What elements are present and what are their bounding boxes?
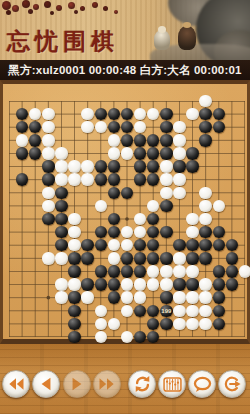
black-stone <box>121 252 133 264</box>
black-stone <box>81 252 93 264</box>
go-app-screen: 忘忧围棋 黑方:xulz0001 00:00:48 白方:大名 00:00:01… <box>0 0 250 414</box>
white-stone <box>160 173 172 185</box>
white-stone <box>160 265 172 277</box>
black-stone <box>186 160 198 172</box>
white-stone <box>160 278 172 290</box>
white-stone <box>121 331 133 343</box>
black-stone <box>121 134 133 146</box>
black-stone <box>160 200 172 212</box>
white-stone <box>160 187 172 199</box>
black-stone <box>42 173 54 185</box>
forward-icon <box>69 376 85 392</box>
black-stone <box>147 252 159 264</box>
white-stone <box>199 318 211 330</box>
board-grid: 199 <box>9 101 245 337</box>
black-stone <box>186 239 198 251</box>
white-stone <box>95 305 107 317</box>
black-stone <box>134 147 146 159</box>
back-icon <box>38 376 54 392</box>
white-stone <box>81 160 93 172</box>
black-stone <box>173 239 185 251</box>
fast-forward-button <box>93 370 121 398</box>
blossom-petal <box>6 10 11 15</box>
blossom-petal <box>68 2 75 9</box>
white-stone <box>42 108 54 120</box>
white-stone <box>213 200 225 212</box>
black-stone <box>68 318 80 330</box>
black-stone <box>213 305 225 317</box>
chat-button[interactable] <box>188 370 216 398</box>
white-stone <box>42 200 54 212</box>
black-stone <box>68 331 80 343</box>
black-stone <box>95 265 107 277</box>
black-stone <box>199 226 211 238</box>
blossom-petal <box>28 9 33 14</box>
white-stone <box>55 252 67 264</box>
white-stone <box>199 305 211 317</box>
black-stone <box>108 173 120 185</box>
black-stone <box>81 278 93 290</box>
white-stone <box>173 173 185 185</box>
blossom-petal <box>33 4 39 10</box>
white-stone <box>68 213 80 225</box>
white-stone <box>42 121 54 133</box>
black-stone <box>108 160 120 172</box>
rewind-to-start-button[interactable] <box>2 370 30 398</box>
white-stone <box>173 305 185 317</box>
chat-bubble-icon <box>193 376 212 393</box>
black-stone <box>147 147 159 159</box>
white-stone <box>147 278 159 290</box>
go-player-figure <box>178 26 196 50</box>
white-stone <box>121 147 133 159</box>
white-stone <box>186 108 198 120</box>
black-stone <box>55 239 67 251</box>
black-stone <box>42 213 54 225</box>
white-stone <box>121 305 133 317</box>
white-stone <box>42 252 54 264</box>
black-stone <box>199 134 211 146</box>
white-stone <box>68 160 80 172</box>
white-stone <box>199 291 211 303</box>
black-stone <box>226 252 238 264</box>
black-stone <box>121 187 133 199</box>
black-stone <box>160 318 172 330</box>
white-stone <box>121 278 133 290</box>
black-stone <box>134 252 146 264</box>
refresh-button[interactable] <box>128 370 156 398</box>
blossom-petal <box>92 2 98 8</box>
white-stone <box>199 187 211 199</box>
black-stone <box>160 121 172 133</box>
black-stone <box>147 160 159 172</box>
blossom-petal <box>12 5 19 12</box>
white-stone <box>173 252 185 264</box>
white-stone <box>55 291 67 303</box>
white-stone <box>134 278 146 290</box>
white-stone <box>239 265 250 277</box>
black-stone <box>55 200 67 212</box>
black-stone <box>108 187 120 199</box>
app-title: 忘忧围棋 <box>7 26 119 57</box>
black-stone <box>186 147 198 159</box>
white-stone <box>68 278 80 290</box>
black-stone <box>160 108 172 120</box>
blossom-petal <box>56 5 62 11</box>
black-stone <box>213 291 225 303</box>
exit-button[interactable] <box>218 370 246 398</box>
blossom-petal <box>50 11 54 15</box>
abacus-icon <box>163 377 182 392</box>
white-stone <box>121 291 133 303</box>
last-move-stone: 199 <box>160 305 172 317</box>
black-stone <box>68 265 80 277</box>
white-stone <box>81 108 93 120</box>
blossom-petal <box>44 1 51 8</box>
white-stone <box>186 305 198 317</box>
fast-rewind-icon <box>6 376 26 392</box>
white-stone <box>42 187 54 199</box>
black-stone <box>55 226 67 238</box>
black-stone <box>121 265 133 277</box>
black-stone <box>160 226 172 238</box>
white-stone <box>95 331 107 343</box>
white-stone <box>108 147 120 159</box>
black-stone <box>68 252 80 264</box>
white-stone <box>199 95 211 107</box>
white-stone <box>55 278 67 290</box>
go-player-figure <box>154 30 170 50</box>
black-stone <box>173 160 185 172</box>
white-stone <box>199 213 211 225</box>
black-stone <box>147 331 159 343</box>
black-stone <box>55 187 67 199</box>
white-stone <box>173 147 185 159</box>
black-stone <box>68 291 80 303</box>
blossom-petal <box>2 1 11 10</box>
white-stone <box>173 318 185 330</box>
black-stone <box>213 265 225 277</box>
white-stone <box>173 121 185 133</box>
white-stone <box>42 134 54 146</box>
black-stone <box>173 278 185 290</box>
white-stone <box>95 200 107 212</box>
black-stone <box>134 173 146 185</box>
black-stone <box>134 331 146 343</box>
white-stone <box>186 213 198 225</box>
blossom-petal <box>74 10 78 14</box>
black-stone <box>16 173 28 185</box>
refresh-icon <box>133 375 152 393</box>
black-stone <box>186 278 198 290</box>
black-stone <box>95 160 107 172</box>
white-stone <box>186 318 198 330</box>
white-stone <box>160 160 172 172</box>
blossom-petal <box>80 6 85 11</box>
blossom-petal <box>114 10 118 14</box>
white-stone <box>16 134 28 146</box>
black-stone <box>213 278 225 290</box>
black-stone <box>160 134 172 146</box>
bottom-toolbar <box>0 344 250 414</box>
white-stone <box>55 173 67 185</box>
go-board[interactable]: 199 <box>0 80 250 344</box>
black-stone <box>160 147 172 159</box>
white-stone <box>199 200 211 212</box>
white-stone <box>186 291 198 303</box>
last-move-number: 199 <box>160 305 172 317</box>
step-back-button[interactable] <box>32 370 60 398</box>
black-stone <box>55 213 67 225</box>
blossom-petal <box>103 6 108 11</box>
white-stone <box>134 291 146 303</box>
black-stone <box>29 147 41 159</box>
black-stone <box>68 305 80 317</box>
white-stone <box>173 291 185 303</box>
white-stone <box>55 147 67 159</box>
white-stone <box>186 226 198 238</box>
black-stone <box>134 134 146 146</box>
count-board-button[interactable] <box>158 370 186 398</box>
black-stone <box>108 291 120 303</box>
white-stone <box>199 278 211 290</box>
black-stone <box>186 252 198 264</box>
white-stone <box>68 239 80 251</box>
white-stone <box>173 134 185 146</box>
black-stone <box>199 252 211 264</box>
white-stone <box>108 134 120 146</box>
white-stone <box>55 160 67 172</box>
white-stone <box>68 173 80 185</box>
black-stone <box>226 278 238 290</box>
black-stone <box>199 108 211 120</box>
blossom-petal <box>22 0 30 8</box>
banner-painting: 忘忧围棋 <box>0 0 250 60</box>
white-stone <box>147 265 159 277</box>
black-stone <box>108 265 120 277</box>
white-stone <box>108 252 120 264</box>
player-timer-text: 黑方:xulz0001 00:00:48 白方:大名 00:00:01 <box>8 63 241 78</box>
black-stone <box>134 160 146 172</box>
white-stone <box>186 265 198 277</box>
black-stone <box>108 278 120 290</box>
black-stone <box>160 252 172 264</box>
white-stone <box>108 318 120 330</box>
black-stone <box>134 265 146 277</box>
black-stone <box>226 265 238 277</box>
step-forward-button <box>63 370 91 398</box>
white-stone <box>173 187 185 199</box>
white-stone <box>81 291 93 303</box>
black-stone <box>213 318 225 330</box>
exit-arrow-icon <box>223 375 241 393</box>
fast-forward-icon <box>97 376 117 392</box>
black-stone <box>16 147 28 159</box>
white-stone <box>173 265 185 277</box>
black-stone <box>95 173 107 185</box>
black-stone <box>147 134 159 146</box>
black-stone <box>160 291 172 303</box>
white-stone <box>95 318 107 330</box>
black-stone <box>42 160 54 172</box>
white-stone <box>42 147 54 159</box>
black-stone <box>95 278 107 290</box>
player-timer-bar: 黑方:xulz0001 00:00:48 白方:大名 00:00:01 <box>0 60 250 80</box>
black-stone <box>29 134 41 146</box>
white-stone <box>68 226 80 238</box>
white-stone <box>81 173 93 185</box>
